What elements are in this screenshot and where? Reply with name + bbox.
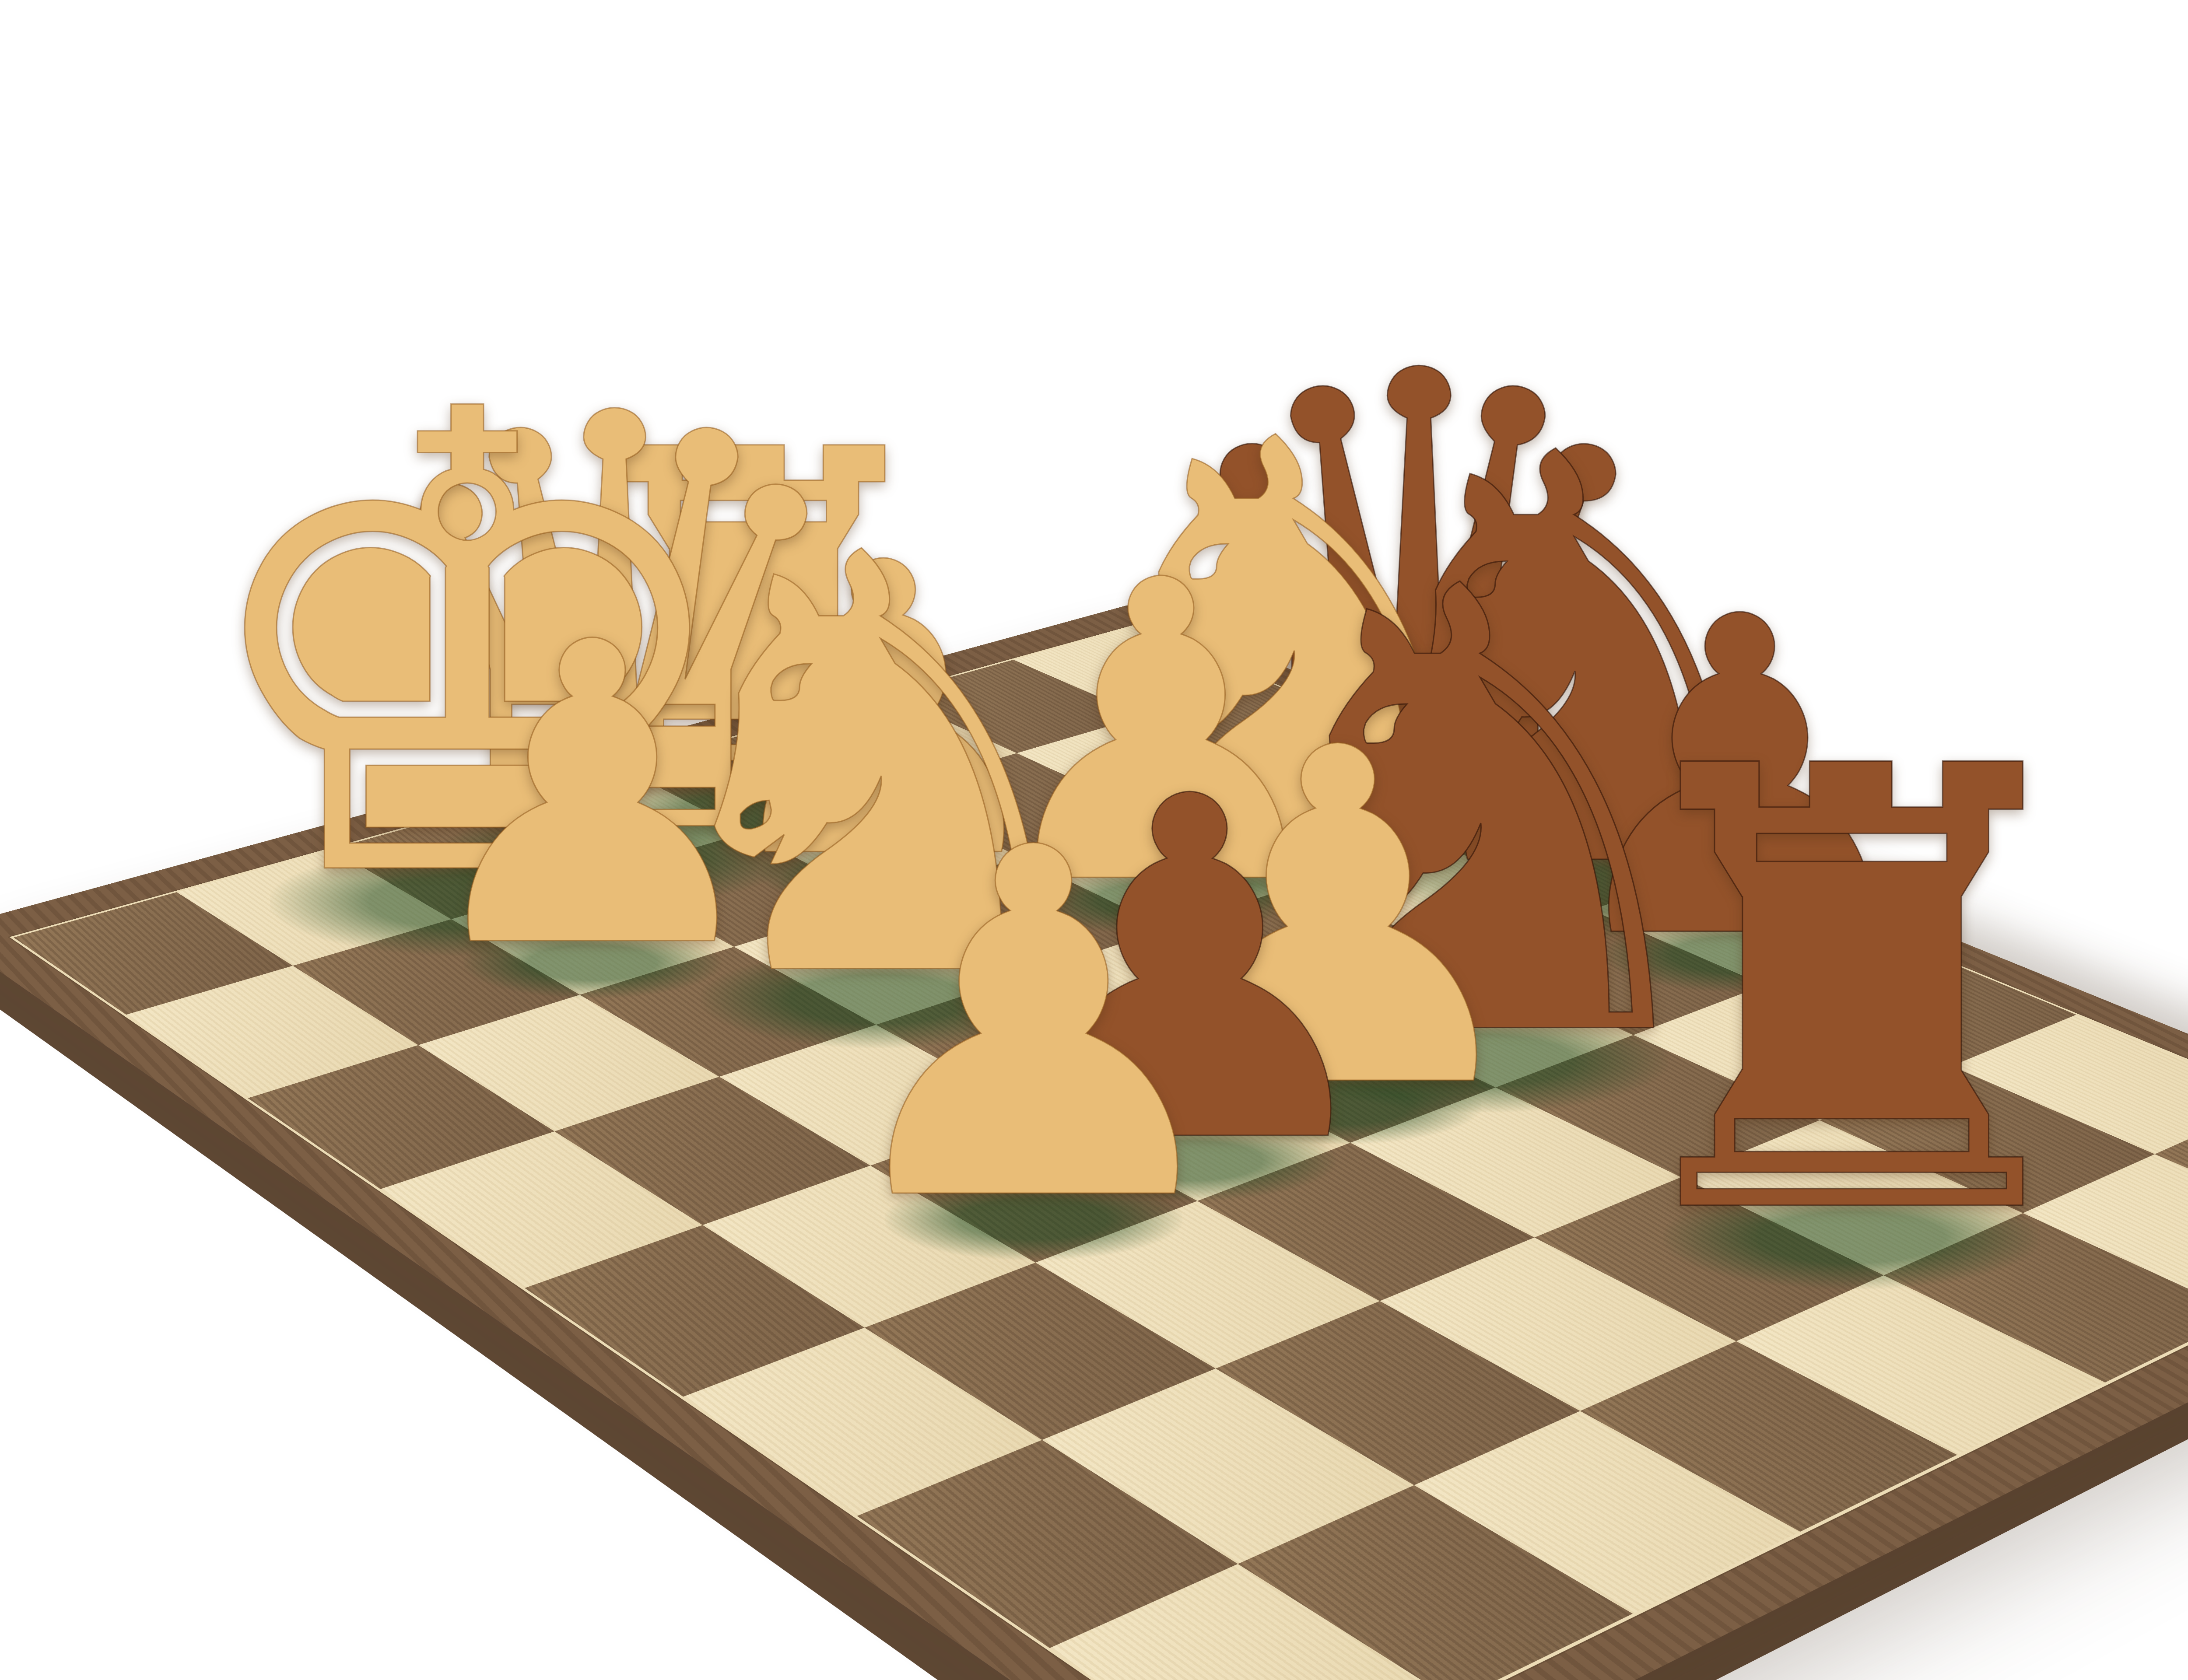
studio-scene: ♚♛♜♟♟♞♟♞♛♞♟♟♟♞♟♜ — [0, 0, 2188, 1680]
chess-board-frame — [0, 604, 2188, 1680]
chess-board — [14, 626, 2188, 1680]
